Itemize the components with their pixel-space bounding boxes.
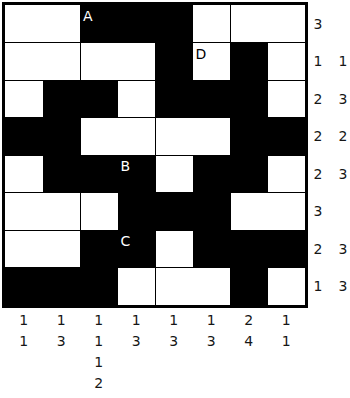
cell-r1c7[interactable] <box>230 5 268 43</box>
row-clue-r5-1: 2 <box>314 167 323 181</box>
cell-r1c4[interactable] <box>118 5 156 43</box>
col-clue-c3-3: 1 <box>94 355 103 369</box>
row-clue-r3-2: 3 <box>339 92 348 106</box>
cell-r8c1[interactable] <box>5 268 43 306</box>
col-clue-c6-1: 1 <box>207 313 216 327</box>
cell-r6c5[interactable] <box>155 193 193 231</box>
nonogram-board: ADBC <box>2 2 308 308</box>
cell-r3c8[interactable] <box>268 80 306 118</box>
cell-r4c8[interactable] <box>268 118 306 156</box>
cell-r3c4[interactable] <box>118 80 156 118</box>
cell-r8c3[interactable] <box>80 268 118 306</box>
cell-r1c3[interactable]: A <box>80 5 118 43</box>
cell-r2c1[interactable] <box>5 43 43 81</box>
cell-r5c6[interactable] <box>193 155 231 193</box>
cell-label-D: D <box>196 47 207 61</box>
cell-r2c6[interactable]: D <box>193 43 231 81</box>
row-clue-r8-2: 3 <box>339 279 348 293</box>
cell-r5c1[interactable] <box>5 155 43 193</box>
cell-r7c2[interactable] <box>43 230 81 268</box>
cell-r4c2[interactable] <box>43 118 81 156</box>
col-clue-c7-1: 2 <box>244 313 253 327</box>
nonogram-puzzle: ADBC 31123222332313 111311121313132411 <box>0 0 350 398</box>
col-clue-c7-2: 4 <box>244 334 253 348</box>
cell-r6c6[interactable] <box>193 193 231 231</box>
row-clue-r4-1: 2 <box>314 129 323 143</box>
cell-r5c5[interactable] <box>155 155 193 193</box>
col-clue-c1-2: 1 <box>19 334 28 348</box>
row-clue-r1-1: 3 <box>314 17 323 31</box>
row-clue-r6-1: 3 <box>314 204 323 218</box>
cell-label-B: B <box>121 159 131 173</box>
cell-r5c4[interactable]: B <box>118 155 156 193</box>
col-clue-c5-2: 3 <box>169 334 178 348</box>
row-clue-r4-2: 2 <box>339 129 348 143</box>
cell-r2c7[interactable] <box>230 43 268 81</box>
cell-r3c7[interactable] <box>230 80 268 118</box>
cell-r8c8[interactable] <box>268 268 306 306</box>
col-clue-c5-1: 1 <box>169 313 178 327</box>
cell-r6c4[interactable] <box>118 193 156 231</box>
cell-r2c3[interactable] <box>80 43 118 81</box>
row-clue-r8-1: 1 <box>314 279 323 293</box>
cell-r4c5[interactable] <box>155 118 193 156</box>
cell-r7c5[interactable] <box>155 230 193 268</box>
cell-r8c7[interactable] <box>230 268 268 306</box>
cell-r3c6[interactable] <box>193 80 231 118</box>
col-clue-c8-1: 1 <box>282 313 291 327</box>
cell-r6c8[interactable] <box>268 193 306 231</box>
cell-r7c1[interactable] <box>5 230 43 268</box>
cell-r4c4[interactable] <box>118 118 156 156</box>
cell-r1c8[interactable] <box>268 5 306 43</box>
cell-r2c8[interactable] <box>268 43 306 81</box>
col-clue-c2-1: 1 <box>57 313 66 327</box>
cell-r8c4[interactable] <box>118 268 156 306</box>
cell-r7c3[interactable] <box>80 230 118 268</box>
cell-r3c1[interactable] <box>5 80 43 118</box>
cell-r7c8[interactable] <box>268 230 306 268</box>
row-clue-r3-1: 2 <box>314 92 323 106</box>
cell-r4c7[interactable] <box>230 118 268 156</box>
col-clue-c6-2: 3 <box>207 334 216 348</box>
cell-r5c8[interactable] <box>268 155 306 193</box>
cell-r5c3[interactable] <box>80 155 118 193</box>
cell-r6c3[interactable] <box>80 193 118 231</box>
col-clue-c8-2: 1 <box>282 334 291 348</box>
col-clue-c4-1: 1 <box>132 313 141 327</box>
cell-r8c2[interactable] <box>43 268 81 306</box>
cell-r1c2[interactable] <box>43 5 81 43</box>
cell-label-C: C <box>121 234 131 248</box>
col-clue-c3-4: 2 <box>94 376 103 390</box>
cell-r3c5[interactable] <box>155 80 193 118</box>
row-clue-r7-2: 3 <box>339 242 348 256</box>
cell-r6c2[interactable] <box>43 193 81 231</box>
cell-r8c6[interactable] <box>193 268 231 306</box>
cell-r4c1[interactable] <box>5 118 43 156</box>
col-clue-c1-1: 1 <box>19 313 28 327</box>
row-clue-r2-2: 1 <box>339 54 348 68</box>
cell-label-A: A <box>83 9 93 23</box>
cell-r5c7[interactable] <box>230 155 268 193</box>
cell-r6c1[interactable] <box>5 193 43 231</box>
cell-r3c2[interactable] <box>43 80 81 118</box>
cell-r6c7[interactable] <box>230 193 268 231</box>
row-clue-r2-1: 1 <box>314 54 323 68</box>
row-clue-r5-2: 3 <box>339 167 348 181</box>
cell-r5c2[interactable] <box>43 155 81 193</box>
cell-r7c6[interactable] <box>193 230 231 268</box>
cell-r1c5[interactable] <box>155 5 193 43</box>
cell-r2c5[interactable] <box>155 43 193 81</box>
cell-r7c4[interactable]: C <box>118 230 156 268</box>
cell-r7c7[interactable] <box>230 230 268 268</box>
col-clue-c3-1: 1 <box>94 313 103 327</box>
col-clue-c3-2: 1 <box>94 334 103 348</box>
cell-r2c2[interactable] <box>43 43 81 81</box>
cell-r1c6[interactable] <box>193 5 231 43</box>
cell-r4c3[interactable] <box>80 118 118 156</box>
cell-r2c4[interactable] <box>118 43 156 81</box>
cell-r1c1[interactable] <box>5 5 43 43</box>
cell-r8c5[interactable] <box>155 268 193 306</box>
cell-r4c6[interactable] <box>193 118 231 156</box>
col-clue-c2-2: 3 <box>57 334 66 348</box>
cell-r3c3[interactable] <box>80 80 118 118</box>
col-clue-c4-2: 3 <box>132 334 141 348</box>
row-clue-r7-1: 2 <box>314 242 323 256</box>
